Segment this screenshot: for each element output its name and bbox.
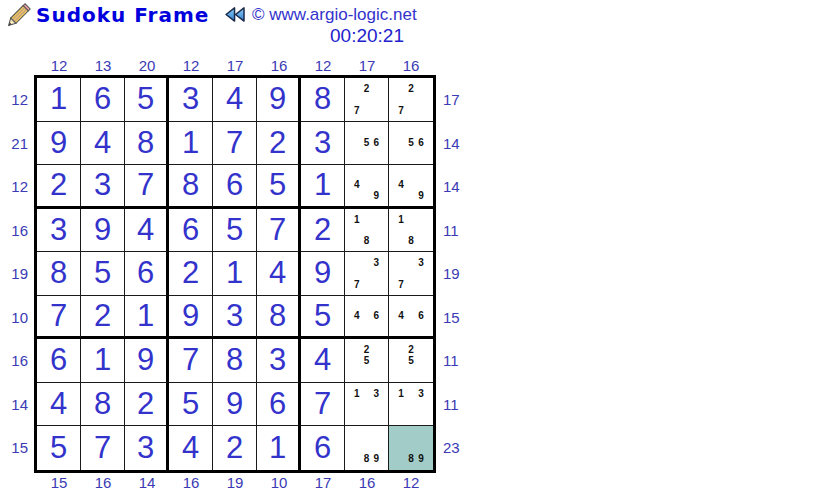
pencilmarks-r2c9: 56	[396, 127, 426, 160]
digit-r2c5: 7	[213, 122, 256, 165]
cell-r2c6[interactable]: 2	[257, 122, 301, 166]
pencilmark-r3c8-4: 4	[352, 179, 362, 190]
digit-r3c7: 1	[301, 165, 344, 206]
pencilmarks-r8c8: 13	[352, 388, 381, 421]
clue-top-4: 12	[169, 56, 213, 75]
cell-r3c7[interactable]: 1	[301, 165, 345, 209]
digit-r7c3: 9	[125, 339, 166, 382]
copyright-link[interactable]: © www.argio-logic.net	[252, 5, 417, 25]
digit-r6c7: 5	[301, 296, 344, 337]
digit-r4c4: 6	[169, 209, 212, 252]
pencilmarks-r6c9: 46	[396, 301, 426, 332]
pencilmarks-r2c8: 56	[352, 127, 381, 160]
clue-right-7: 11	[436, 339, 470, 383]
pencilmark-r4c9-1: 1	[396, 214, 406, 225]
cell-r3c1[interactable]: 2	[37, 165, 81, 209]
pencilmark-r2c9-5: 5	[406, 137, 416, 148]
cell-r1c3[interactable]: 5	[125, 78, 169, 122]
pencilmark-r2c9-6: 6	[416, 137, 426, 148]
pencilmark-r7c9-2: 2	[406, 344, 416, 355]
cell-r7c7[interactable]: 4	[301, 339, 345, 383]
pencilmark-r2c8-6: 6	[371, 137, 381, 148]
pencilmark-r2c8-5: 5	[362, 137, 372, 148]
digit-r6c5: 3	[213, 296, 256, 337]
pencilmark-r1c8-2: 2	[362, 83, 372, 94]
pencilmarks-r9c8: 89	[352, 431, 381, 465]
sudoku-board: 121320121716121716 122112161910161415 16…	[8, 56, 470, 492]
digit-r1c5: 4	[213, 78, 256, 121]
pencilmark-r9c8-8: 8	[362, 453, 372, 464]
digit-r8c3: 2	[125, 383, 166, 426]
pencilmark-r8c8-1: 1	[352, 388, 362, 399]
clue-top-6: 16	[257, 56, 301, 75]
cell-r8c1[interactable]: 4	[37, 383, 81, 427]
pencilmark-r1c9-7: 7	[396, 105, 406, 116]
digit-r1c4: 3	[169, 78, 212, 121]
digit-r7c1: 6	[37, 339, 80, 382]
cell-r9c4[interactable]: 4	[169, 426, 213, 470]
cell-r9c3[interactable]: 3	[125, 426, 169, 470]
digit-r5c4: 2	[169, 252, 212, 295]
digit-r6c4: 9	[169, 296, 212, 337]
cell-r7c1[interactable]: 6	[37, 339, 81, 383]
pencilmarks-r7c8: 25	[352, 344, 381, 377]
cell-r2c5[interactable]: 7	[213, 122, 257, 166]
digit-r1c3: 5	[125, 78, 166, 121]
frame-clues-left: 122112161910161415	[8, 75, 34, 473]
cell-r9c7[interactable]: 6	[301, 426, 345, 470]
cell-r5c2[interactable]: 5	[81, 252, 125, 296]
digit-r4c2: 9	[81, 209, 124, 252]
clue-top-9: 16	[389, 56, 433, 75]
cell-r8c5[interactable]: 9	[213, 383, 257, 427]
cell-r1c2[interactable]: 6	[81, 78, 125, 122]
digit-r4c6: 7	[257, 209, 298, 252]
pencilmarks-r1c9: 27	[396, 83, 426, 116]
cell-r1c5[interactable]: 4	[213, 78, 257, 122]
cell-r7c3[interactable]: 9	[125, 339, 169, 383]
pencilmark-r3c9-4: 4	[396, 179, 406, 190]
pencilmarks-r6c8: 46	[352, 301, 381, 332]
cell-r5c1[interactable]: 8	[37, 252, 81, 296]
cell-r3c5[interactable]: 6	[213, 165, 257, 209]
digit-r9c3: 3	[125, 426, 166, 470]
pencilmarks-r9c9: 89	[396, 431, 426, 465]
digit-r2c4: 1	[169, 122, 212, 165]
cell-r5c6[interactable]: 4	[257, 252, 301, 296]
cell-r3c9[interactable]: 49	[389, 165, 433, 209]
digit-r6c6: 8	[257, 296, 298, 337]
cell-r5c9[interactable]: 37	[389, 252, 433, 296]
digit-r5c2: 5	[81, 252, 124, 295]
pencilmark-r9c9-8: 8	[406, 453, 416, 464]
cell-r5c7[interactable]: 9	[301, 252, 345, 296]
digit-r3c6: 5	[257, 165, 298, 206]
cell-r3c4[interactable]: 8	[169, 165, 213, 209]
digit-r2c7: 3	[301, 122, 344, 165]
digit-r1c6: 9	[257, 78, 298, 121]
cell-r4c4[interactable]: 6	[169, 209, 213, 253]
digit-r1c2: 6	[81, 78, 124, 121]
rewind-double-arrow-icon[interactable]	[224, 6, 247, 23]
clue-left-7: 16	[8, 339, 34, 383]
digit-r6c1: 7	[37, 296, 80, 337]
cell-r6c8[interactable]: 46	[345, 296, 389, 340]
cell-r9c5[interactable]: 2	[213, 426, 257, 470]
digit-r7c6: 3	[257, 339, 298, 382]
clue-left-6: 10	[8, 296, 34, 340]
cell-r2c9[interactable]: 56	[389, 122, 433, 166]
clue-right-9: 23	[436, 426, 470, 470]
pencilmark-r4c9-8: 8	[406, 235, 416, 246]
cell-r6c4[interactable]: 9	[169, 296, 213, 340]
clue-bottom-9: 12	[389, 473, 433, 492]
clue-right-8: 11	[436, 383, 470, 427]
pencilmarks-r3c8: 49	[352, 170, 381, 201]
cell-r1c4[interactable]: 3	[169, 78, 213, 122]
frame-clues-bottom: 151614161910171612	[37, 473, 470, 492]
cell-r2c4[interactable]: 1	[169, 122, 213, 166]
cell-r8c2[interactable]: 8	[81, 383, 125, 427]
cell-r6c2[interactable]: 2	[81, 296, 125, 340]
cell-r2c7[interactable]: 3	[301, 122, 345, 166]
clue-left-8: 14	[8, 383, 34, 427]
clue-right-3: 14	[436, 165, 470, 209]
cell-r9c1[interactable]: 5	[37, 426, 81, 470]
clue-left-3: 12	[8, 165, 34, 209]
cell-r1c8[interactable]: 27	[345, 78, 389, 122]
digit-r4c7: 2	[301, 209, 344, 252]
clue-bottom-7: 17	[301, 473, 345, 492]
cell-r4c3[interactable]: 4	[125, 209, 169, 253]
digit-r9c1: 5	[37, 426, 80, 470]
cell-r7c6[interactable]: 3	[257, 339, 301, 383]
cell-r1c1[interactable]: 1	[37, 78, 81, 122]
cell-r6c9[interactable]: 46	[389, 296, 433, 340]
digit-r1c1: 1	[37, 78, 80, 121]
digit-r7c4: 7	[169, 339, 212, 382]
cell-r8c3[interactable]: 2	[125, 383, 169, 427]
pencilmark-r9c8-9: 9	[371, 453, 381, 464]
cell-r5c8[interactable]: 37	[345, 252, 389, 296]
clue-top-1: 12	[37, 56, 81, 75]
clue-right-6: 15	[436, 296, 470, 340]
cell-r2c1[interactable]: 9	[37, 122, 81, 166]
cell-r9c8[interactable]: 89	[345, 426, 389, 470]
digit-r7c5: 8	[213, 339, 256, 382]
cell-r8c4[interactable]: 5	[169, 383, 213, 427]
cell-r4c9[interactable]: 18	[389, 209, 433, 253]
cell-r7c2[interactable]: 1	[81, 339, 125, 383]
cell-r3c8[interactable]: 49	[345, 165, 389, 209]
cell-r9c9[interactable]: 89	[389, 426, 433, 470]
pencilmarks-r3c9: 49	[396, 170, 426, 201]
pencilmark-r4c8-1: 1	[352, 214, 362, 225]
clue-right-2: 14	[436, 122, 470, 166]
cell-r1c7[interactable]: 8	[301, 78, 345, 122]
cell-r6c6[interactable]: 8	[257, 296, 301, 340]
digit-r9c4: 4	[169, 426, 212, 470]
clue-bottom-1: 15	[37, 473, 81, 492]
pencilmarks-r8c9: 13	[396, 388, 426, 421]
clue-bottom-4: 16	[169, 473, 213, 492]
clue-bottom-2: 16	[81, 473, 125, 492]
clue-top-8: 17	[345, 56, 389, 75]
digit-r8c4: 5	[169, 383, 212, 426]
pencilmark-r7c8-2: 2	[362, 344, 372, 355]
cell-r5c5[interactable]: 1	[213, 252, 257, 296]
clue-right-5: 19	[436, 252, 470, 296]
clue-bottom-6: 10	[257, 473, 301, 492]
clue-left-9: 15	[8, 426, 34, 470]
clue-left-4: 16	[8, 209, 34, 253]
digit-r2c2: 4	[81, 122, 124, 165]
pencilmarks-r4c9: 18	[396, 214, 426, 247]
pencilmark-r6c9-4: 4	[396, 310, 406, 321]
frame-clues-top: 121320121716121716	[37, 56, 470, 75]
digit-r6c3: 1	[125, 296, 166, 337]
cell-r4c1[interactable]: 3	[37, 209, 81, 253]
clue-left-1: 12	[8, 78, 34, 122]
pencilmark-r8c9-3: 3	[416, 388, 426, 399]
clue-right-4: 11	[436, 209, 470, 253]
pencilmarks-r4c8: 18	[352, 214, 381, 247]
pencilmarks-r5c8: 37	[352, 257, 381, 290]
pencilmark-r1c8-7: 7	[352, 105, 362, 116]
cell-r7c8[interactable]: 25	[345, 339, 389, 383]
cell-r8c7[interactable]: 7	[301, 383, 345, 427]
cell-r2c8[interactable]: 56	[345, 122, 389, 166]
cell-r7c5[interactable]: 8	[213, 339, 257, 383]
pencilmark-r3c8-9: 9	[371, 190, 381, 201]
digit-r8c2: 8	[81, 383, 124, 426]
clue-bottom-5: 19	[213, 473, 257, 492]
digit-r8c7: 7	[301, 383, 344, 426]
pencilmark-r7c9-5: 5	[406, 355, 416, 366]
pencilmark-r8c8-3: 3	[371, 388, 381, 399]
digit-r5c7: 9	[301, 252, 344, 295]
pencilmark-r9c9-9: 9	[416, 453, 426, 464]
digit-r5c3: 6	[125, 252, 166, 295]
pencilmarks-r1c8: 27	[352, 83, 381, 116]
digit-r9c5: 2	[213, 426, 256, 470]
cell-r6c5[interactable]: 3	[213, 296, 257, 340]
digit-r9c6: 1	[257, 426, 298, 470]
cell-r4c8[interactable]: 18	[345, 209, 389, 253]
cell-r2c3[interactable]: 8	[125, 122, 169, 166]
cell-r7c4[interactable]: 7	[169, 339, 213, 383]
digit-r4c5: 5	[213, 209, 256, 252]
pencil-icon	[6, 3, 31, 28]
clue-top-7: 12	[301, 56, 345, 75]
pencilmark-r6c8-4: 4	[352, 310, 362, 321]
digit-r7c7: 4	[301, 339, 344, 382]
app-title: Sudoku Frame	[36, 3, 209, 27]
cell-r3c3[interactable]: 7	[125, 165, 169, 209]
digit-r8c1: 4	[37, 383, 80, 426]
cell-r9c2[interactable]: 7	[81, 426, 125, 470]
digit-r2c1: 9	[37, 122, 80, 165]
cell-r8c9[interactable]: 13	[389, 383, 433, 427]
cell-r9c6[interactable]: 1	[257, 426, 301, 470]
digit-r8c6: 6	[257, 383, 298, 426]
pencilmark-r5c8-7: 7	[352, 279, 362, 290]
cell-r5c3[interactable]: 6	[125, 252, 169, 296]
digit-r3c1: 2	[37, 165, 80, 206]
digit-r3c5: 6	[213, 165, 256, 206]
digit-r7c2: 1	[81, 339, 124, 382]
digit-r2c6: 2	[257, 122, 298, 165]
digit-r3c4: 8	[169, 165, 212, 206]
digit-r5c6: 4	[257, 252, 298, 295]
cell-r8c8[interactable]: 13	[345, 383, 389, 427]
clue-top-2: 13	[81, 56, 125, 75]
pencilmark-r6c8-6: 6	[371, 310, 381, 321]
clue-right-1: 17	[436, 78, 470, 122]
pencilmark-r5c9-7: 7	[396, 279, 406, 290]
clue-left-5: 19	[8, 252, 34, 296]
digit-r4c1: 3	[37, 209, 80, 252]
digit-r3c3: 7	[125, 165, 166, 206]
digit-r9c7: 6	[301, 426, 344, 470]
digit-r4c3: 4	[125, 209, 166, 252]
digit-r5c5: 1	[213, 252, 256, 295]
digit-r6c2: 2	[81, 296, 124, 337]
cell-r5c4[interactable]: 2	[169, 252, 213, 296]
cell-r3c2[interactable]: 3	[81, 165, 125, 209]
pencilmark-r1c9-2: 2	[406, 83, 416, 94]
digit-r1c7: 8	[301, 78, 344, 121]
pencilmark-r7c8-5: 5	[362, 355, 372, 366]
digit-r2c3: 8	[125, 122, 166, 165]
game-timer: 00:20:21	[330, 25, 404, 47]
cell-r1c9[interactable]: 27	[389, 78, 433, 122]
cell-r6c1[interactable]: 7	[37, 296, 81, 340]
pencilmark-r8c9-1: 1	[396, 388, 406, 399]
cell-r6c7[interactable]: 5	[301, 296, 345, 340]
pencilmark-r3c9-9: 9	[416, 190, 426, 201]
clue-bottom-8: 16	[345, 473, 389, 492]
cell-r3c6[interactable]: 5	[257, 165, 301, 209]
clue-top-5: 17	[213, 56, 257, 75]
pencilmarks-r5c9: 37	[396, 257, 426, 290]
clue-top-3: 20	[125, 56, 169, 75]
clue-bottom-3: 14	[125, 473, 169, 492]
clue-left-2: 21	[8, 122, 34, 166]
cell-r4c6[interactable]: 7	[257, 209, 301, 253]
cell-r4c7[interactable]: 2	[301, 209, 345, 253]
pencilmarks-r7c9: 25	[396, 344, 426, 377]
cell-r4c2[interactable]: 9	[81, 209, 125, 253]
pencilmark-r4c8-8: 8	[362, 235, 372, 246]
pencilmark-r5c9-3: 3	[416, 257, 426, 268]
cell-r8c6[interactable]: 6	[257, 383, 301, 427]
cell-r7c9[interactable]: 25	[389, 339, 433, 383]
cell-r6c3[interactable]: 1	[125, 296, 169, 340]
cell-r4c5[interactable]: 5	[213, 209, 257, 253]
frame-clues-right: 171414111915111123	[436, 75, 470, 473]
cell-r1c6[interactable]: 9	[257, 78, 301, 122]
cell-r2c2[interactable]: 4	[81, 122, 125, 166]
digit-r8c5: 9	[213, 383, 256, 426]
sudoku-grid: 1653498272794817235656237865149493946572…	[34, 75, 436, 473]
pencilmark-r5c8-3: 3	[371, 257, 381, 268]
digit-r3c2: 3	[81, 165, 124, 206]
pencilmark-r6c9-6: 6	[416, 310, 426, 321]
digit-r5c1: 8	[37, 252, 80, 295]
digit-r9c2: 7	[81, 426, 124, 470]
